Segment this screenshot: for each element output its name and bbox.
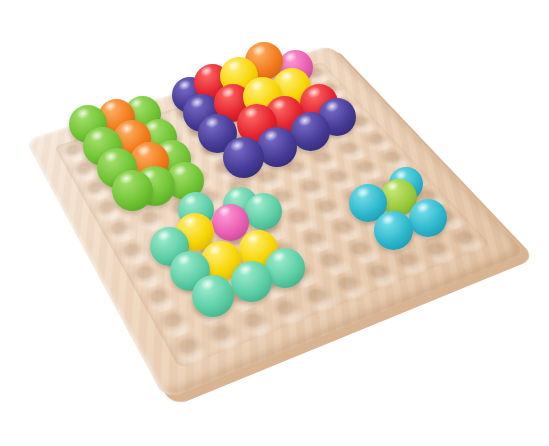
- ball-highlight: [119, 121, 135, 135]
- ball-highlight: [198, 276, 216, 292]
- ball-highlight: [226, 58, 242, 72]
- ball-highlight: [199, 65, 215, 79]
- ball-green[interactable]: [112, 170, 153, 211]
- ball-highlight: [263, 128, 280, 143]
- ball-highlight: [183, 193, 198, 207]
- ball-highlight: [228, 188, 243, 201]
- ball-highlight: [88, 128, 105, 143]
- ball-highlight: [203, 115, 220, 130]
- ball-highlight: [248, 78, 265, 93]
- ball-highlight: [270, 97, 287, 112]
- ball-highlight: [415, 200, 431, 214]
- ball-highlight: [135, 143, 152, 158]
- ball-highlight: [155, 228, 172, 243]
- ball-highlight: [355, 185, 371, 199]
- ball-highlight: [228, 138, 246, 153]
- ball-highlight: [296, 113, 313, 128]
- ball-highlight: [103, 100, 119, 114]
- ball-mint[interactable]: [245, 193, 282, 230]
- ball-highlight: [103, 149, 120, 164]
- ball-mint[interactable]: [231, 261, 272, 302]
- ball-highlight: [177, 78, 192, 92]
- ball-cyan[interactable]: [409, 199, 447, 237]
- product-photo-stage: [0, 0, 549, 446]
- ball-highlight: [306, 85, 322, 99]
- ball-highlight: [182, 214, 198, 228]
- ball-highlight: [243, 105, 260, 120]
- ball-cyan[interactable]: [374, 211, 413, 250]
- ball-highlight: [324, 99, 340, 113]
- ball-highlight: [172, 163, 188, 177]
- ball-highlight: [220, 85, 236, 99]
- ball-highlight: [236, 262, 254, 277]
- ball-highlight: [379, 212, 396, 227]
- ball-mint[interactable]: [192, 275, 234, 317]
- ball-highlight: [217, 205, 233, 219]
- ball-highlight: [189, 95, 205, 109]
- ball-highlight: [385, 180, 401, 194]
- ball-highlight: [283, 51, 298, 64]
- ball-highlight: [75, 106, 91, 120]
- ball-highlight: [117, 171, 135, 186]
- ball-layer: [0, 0, 549, 446]
- ball-highlight: [176, 252, 193, 267]
- ball-highlight: [279, 69, 295, 83]
- ball-highlight: [244, 231, 261, 246]
- ball-highlight: [271, 249, 288, 264]
- ball-pink[interactable]: [212, 204, 249, 241]
- ball-highlight: [250, 194, 266, 208]
- ball-highlight: [207, 242, 224, 257]
- ball-highlight: [251, 43, 267, 57]
- ball-purple[interactable]: [223, 137, 264, 178]
